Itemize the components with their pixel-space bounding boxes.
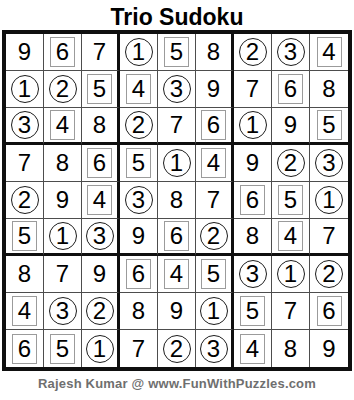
sudoku-cell-r1c8[interactable]: 3	[272, 34, 310, 71]
plain-digit: 9	[162, 296, 192, 326]
sudoku-cell-r3c5[interactable]: 7	[158, 108, 196, 145]
circle-digit: 1	[239, 111, 267, 139]
sudoku-cell-r8c1[interactable]: 4	[6, 293, 44, 330]
plain-digit: 8	[48, 148, 78, 178]
sudoku-cell-r1c4[interactable]: 1	[120, 34, 158, 71]
square-digit: 5	[278, 185, 303, 215]
sudoku-cell-r4c9[interactable]: 3	[310, 145, 348, 182]
sudoku-cell-r6c3[interactable]: 3	[82, 219, 120, 256]
plain-digit: 7	[48, 259, 78, 289]
square-digit: 5	[240, 296, 265, 326]
circle-digit: 1	[163, 149, 191, 177]
sudoku-cell-r1c7[interactable]: 2	[234, 34, 272, 71]
sudoku-cell-r5c3[interactable]: 4	[82, 182, 120, 219]
sudoku-cell-r4c6[interactable]: 4	[196, 145, 234, 182]
circle-digit: 2	[239, 38, 267, 66]
sudoku-cell-r5c2[interactable]: 9	[44, 182, 82, 219]
sudoku-cell-r8c3[interactable]: 2	[82, 293, 120, 330]
sudoku-cell-r9c7[interactable]: 4	[234, 330, 272, 367]
circle-digit: 2	[200, 222, 228, 250]
sudoku-cell-r5c6[interactable]: 7	[196, 182, 234, 219]
sudoku-cell-r4c2[interactable]: 8	[44, 145, 82, 182]
sudoku-cell-r6c5[interactable]: 6	[158, 219, 196, 256]
sudoku-cell-r3c6[interactable]: 6	[196, 108, 234, 145]
credit-text: Rajesh Kumar @ www.FunWithPuzzles.com	[0, 371, 354, 391]
sudoku-cell-r7c4[interactable]: 6	[120, 256, 158, 293]
sudoku-cell-r4c7[interactable]: 9	[234, 145, 272, 182]
plain-digit: 8	[276, 334, 306, 364]
square-digit: 5	[317, 110, 342, 140]
sudoku-cell-r2c8[interactable]: 6	[272, 71, 310, 108]
plain-digit: 8	[238, 221, 268, 251]
sudoku-cell-r3c2[interactable]: 4	[44, 108, 82, 145]
circle-digit: 3	[49, 297, 77, 325]
circle-digit: 3	[315, 149, 343, 177]
plain-digit: 9	[10, 37, 40, 67]
plain-digit: 7	[199, 185, 229, 215]
square-digit: 5	[12, 221, 37, 251]
circle-digit: 3	[11, 111, 39, 139]
square-digit: 6	[126, 259, 151, 289]
sudoku-cell-r1c1[interactable]: 9	[6, 34, 44, 71]
square-digit: 4	[12, 296, 37, 326]
sudoku-cell-r3c9[interactable]: 5	[310, 108, 348, 145]
sudoku-cell-r3c3[interactable]: 8	[82, 108, 120, 145]
sudoku-cell-r6c4[interactable]: 9	[120, 219, 158, 256]
sudoku-cell-r7c8[interactable]: 1	[272, 256, 310, 293]
sudoku-cell-r4c1[interactable]: 7	[6, 145, 44, 182]
square-digit: 4	[50, 110, 75, 140]
sudoku-cell-r9c9[interactable]: 9	[310, 330, 348, 367]
square-digit: 4	[164, 259, 189, 289]
plain-digit: 7	[162, 110, 192, 140]
square-digit: 5	[164, 37, 189, 67]
sudoku-cell-r8c4[interactable]: 8	[120, 293, 158, 330]
sudoku-cell-r5c5[interactable]: 8	[158, 182, 196, 219]
board-wrapper: 9671582341254397683482761957865149232943…	[0, 30, 354, 371]
square-digit: 5	[87, 74, 112, 104]
square-digit: 4	[240, 334, 265, 364]
square-digit: 5	[201, 259, 226, 289]
sudoku-cell-r5c9[interactable]: 1	[310, 182, 348, 219]
plain-digit: 8	[85, 110, 115, 140]
plain-digit: 9	[238, 148, 268, 178]
sudoku-cell-r7c7[interactable]: 3	[234, 256, 272, 293]
sudoku-cell-r1c3[interactable]: 7	[82, 34, 120, 71]
plain-digit: 9	[199, 74, 229, 104]
sudoku-cell-r2c9[interactable]: 8	[310, 71, 348, 108]
circle-digit: 3	[86, 222, 114, 250]
sudoku-cell-r9c6[interactable]: 3	[196, 330, 234, 367]
sudoku-cell-r5c1[interactable]: 2	[6, 182, 44, 219]
square-digit: 4	[201, 148, 226, 178]
circle-digit: 1	[49, 222, 77, 250]
circle-digit: 3	[239, 260, 267, 288]
plain-digit: 7	[85, 37, 115, 67]
sudoku-cell-r4c5[interactable]: 1	[158, 145, 196, 182]
plain-digit: 8	[199, 37, 229, 67]
sudoku-cell-r3c7[interactable]: 1	[234, 108, 272, 145]
circle-digit: 1	[277, 260, 305, 288]
sudoku-cell-r1c2[interactable]: 6	[44, 34, 82, 71]
plain-digit: 9	[48, 185, 78, 215]
sudoku-cell-r5c7[interactable]: 6	[234, 182, 272, 219]
sudoku-cell-r7c3[interactable]: 9	[82, 256, 120, 293]
circle-digit: 1	[125, 38, 153, 66]
sudoku-cell-r9c2[interactable]: 5	[44, 330, 82, 367]
sudoku-cell-r8c2[interactable]: 3	[44, 293, 82, 330]
square-digit: 6	[317, 296, 342, 326]
sudoku-cell-r6c9[interactable]: 7	[310, 219, 348, 256]
sudoku-cell-r6c6[interactable]: 2	[196, 219, 234, 256]
plain-digit: 9	[276, 110, 306, 140]
sudoku-cell-r4c4[interactable]: 5	[120, 145, 158, 182]
circle-digit: 3	[200, 335, 228, 363]
square-digit: 6	[87, 148, 112, 178]
sudoku-cell-r2c6[interactable]: 9	[196, 71, 234, 108]
circle-digit: 2	[277, 149, 305, 177]
sudoku-cell-r6c8[interactable]: 4	[272, 219, 310, 256]
plain-digit: 7	[124, 334, 154, 364]
sudoku-cell-r9c1[interactable]: 6	[6, 330, 44, 367]
page-title: Trio Sudoku	[0, 0, 354, 30]
plain-digit: 8	[124, 296, 154, 326]
square-digit: 4	[278, 221, 303, 251]
sudoku-cell-r2c1[interactable]: 1	[6, 71, 44, 108]
sudoku-cell-r7c5[interactable]: 4	[158, 256, 196, 293]
circle-digit: 1	[315, 186, 343, 214]
square-digit: 5	[126, 148, 151, 178]
square-digit: 5	[50, 334, 75, 364]
square-digit: 6	[164, 221, 189, 251]
sudoku-board: 9671582341254397683482761957865149232943…	[2, 30, 352, 371]
square-digit: 4	[87, 185, 112, 215]
square-digit: 4	[126, 74, 151, 104]
circle-digit: 2	[163, 335, 191, 363]
circle-digit: 3	[163, 75, 191, 103]
circle-digit: 2	[86, 297, 114, 325]
sudoku-cell-r6c2[interactable]: 1	[44, 219, 82, 256]
sudoku-cell-r6c1[interactable]: 5	[6, 219, 44, 256]
plain-digit: 8	[314, 74, 344, 104]
sudoku-cell-r2c3[interactable]: 5	[82, 71, 120, 108]
plain-digit: 7	[10, 148, 40, 178]
sudoku-cell-r2c7[interactable]: 7	[234, 71, 272, 108]
plain-digit: 9	[314, 334, 344, 364]
square-digit: 4	[317, 37, 342, 67]
plain-digit: 7	[314, 221, 344, 251]
square-digit: 6	[12, 334, 37, 364]
sudoku-cell-r9c4[interactable]: 7	[120, 330, 158, 367]
plain-digit: 8	[162, 185, 192, 215]
sudoku-cell-r8c6[interactable]: 1	[196, 293, 234, 330]
plain-digit: 8	[10, 259, 40, 289]
sudoku-cell-r3c1[interactable]: 3	[6, 108, 44, 145]
circle-digit: 2	[11, 186, 39, 214]
plain-digit: 7	[276, 296, 306, 326]
circle-digit: 1	[86, 335, 114, 363]
sudoku-cell-r7c9[interactable]: 2	[310, 256, 348, 293]
square-digit: 6	[240, 185, 265, 215]
sudoku-cell-r2c5[interactable]: 3	[158, 71, 196, 108]
sudoku-cell-r9c5[interactable]: 2	[158, 330, 196, 367]
plain-digit: 9	[85, 259, 115, 289]
sudoku-cell-r8c5[interactable]: 9	[158, 293, 196, 330]
circle-digit: 3	[277, 38, 305, 66]
circle-digit: 3	[125, 186, 153, 214]
sudoku-cell-r9c3[interactable]: 1	[82, 330, 120, 367]
circle-digit: 1	[200, 297, 228, 325]
square-digit: 6	[50, 37, 75, 67]
sudoku-cell-r4c8[interactable]: 2	[272, 145, 310, 182]
square-digit: 6	[278, 74, 303, 104]
circle-digit: 2	[49, 75, 77, 103]
sudoku-cell-r2c2[interactable]: 2	[44, 71, 82, 108]
circle-digit: 2	[125, 111, 153, 139]
plain-digit: 7	[238, 74, 268, 104]
square-digit: 6	[201, 110, 226, 140]
sudoku-cell-r2c4[interactable]: 4	[120, 71, 158, 108]
sudoku-cell-r4c3[interactable]: 6	[82, 145, 120, 182]
sudoku-cell-r5c4[interactable]: 3	[120, 182, 158, 219]
sudoku-cell-r6c7[interactable]: 8	[234, 219, 272, 256]
circle-digit: 1	[11, 75, 39, 103]
sudoku-cell-r1c6[interactable]: 8	[196, 34, 234, 71]
sudoku-cell-r8c8[interactable]: 7	[272, 293, 310, 330]
sudoku-cell-r7c1[interactable]: 8	[6, 256, 44, 293]
sudoku-cell-r9c8[interactable]: 8	[272, 330, 310, 367]
sudoku-cell-r8c9[interactable]: 6	[310, 293, 348, 330]
sudoku-cell-r3c8[interactable]: 9	[272, 108, 310, 145]
sudoku-cell-r1c5[interactable]: 5	[158, 34, 196, 71]
plain-digit: 9	[124, 221, 154, 251]
sudoku-cell-r5c8[interactable]: 5	[272, 182, 310, 219]
circle-digit: 2	[315, 260, 343, 288]
sudoku-cell-r1c9[interactable]: 4	[310, 34, 348, 71]
sudoku-cell-r7c6[interactable]: 5	[196, 256, 234, 293]
sudoku-cell-r7c2[interactable]: 7	[44, 256, 82, 293]
sudoku-cell-r3c4[interactable]: 2	[120, 108, 158, 145]
sudoku-cell-r8c7[interactable]: 5	[234, 293, 272, 330]
